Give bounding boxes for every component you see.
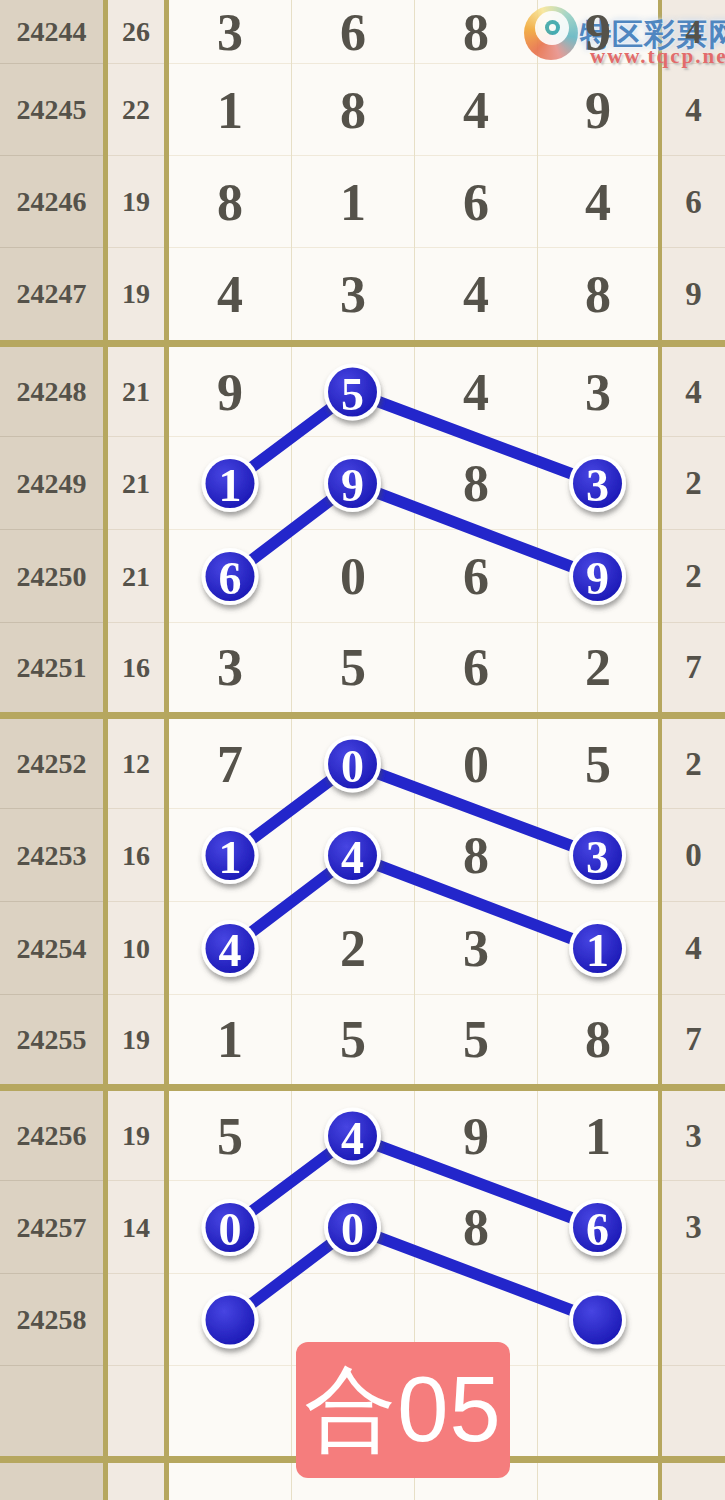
extra-digit-cell: 9 [662,248,725,340]
extra-digit-cell: 4 [662,64,725,156]
extra-digit-cell: 2 [662,437,725,530]
digit-cell [291,719,414,809]
digit-cell [291,1091,414,1181]
sum-cell: 12 [108,719,164,809]
digit-cell: 7 [169,719,291,809]
digit-cell [537,1366,658,1456]
sum-cell: 16 [108,623,164,712]
extra-digit-cell [662,1463,725,1500]
digit-cell: 3 [169,623,291,712]
extra-digit-cell: 2 [662,719,725,809]
period-cell: 24257 [0,1181,103,1274]
digit-cell [169,437,291,530]
sum-prediction-badge: 合05 [296,1342,510,1478]
sum-cell: 21 [108,437,164,530]
digit-cell [291,347,414,437]
digit-cell: 1 [169,64,291,156]
digit-cell [291,1181,414,1274]
period-cell [0,1366,103,1456]
digit-cell: 8 [291,64,414,156]
sum-cell: 21 [108,530,164,623]
digit-cell: 8 [537,995,658,1084]
sum-cell: 21 [108,347,164,437]
extra-digit-cell: 7 [662,995,725,1084]
period-cell: 24249 [0,437,103,530]
period-cell [0,1463,103,1500]
digit-cell [169,1366,291,1456]
sum-cell [108,1274,164,1366]
digit-cell: 6 [291,0,414,64]
extra-digit-cell: 2 [662,530,725,623]
digit-cell [537,902,658,995]
digit-cell: 4 [537,156,658,248]
extra-digit-cell: 7 [662,623,725,712]
extra-digit-cell: 0 [662,809,725,902]
digit-cell: 5 [169,1091,291,1181]
digit-cell [169,530,291,623]
digit-cell: 9 [414,1091,537,1181]
digit-cell [537,809,658,902]
digit-cell [169,809,291,902]
sum-cell: 19 [108,1091,164,1181]
digit-cell: 9 [537,64,658,156]
digit-cell: 9 [169,347,291,437]
extra-digit-cell: 3 [662,1181,725,1274]
digit-cell: 5 [291,995,414,1084]
digit-cell: 6 [414,623,537,712]
sum-cell: 26 [108,0,164,64]
digit-cell [537,530,658,623]
digit-cell: 8 [414,1181,537,1274]
digit-cell: 2 [291,902,414,995]
lottery-trend-board: 2424426368942424522184942424619816462424… [0,0,725,1500]
digit-cell: 8 [414,437,537,530]
period-cell: 24255 [0,995,103,1084]
digit-cell: 6 [414,156,537,248]
period-cell: 24245 [0,64,103,156]
period-cell: 24251 [0,623,103,712]
digit-cell: 0 [414,719,537,809]
digit-cell [537,1463,658,1500]
extra-digit-cell [662,1274,725,1366]
digit-cell: 5 [414,995,537,1084]
draw-history-grid: 2424426368942424522184942424619816462424… [0,0,725,1500]
digit-cell: 1 [537,1091,658,1181]
digit-cell: 5 [537,719,658,809]
period-cell: 24244 [0,0,103,64]
digit-cell [537,437,658,530]
sum-cell: 10 [108,902,164,995]
digit-cell: 8 [414,0,537,64]
digit-cell: 4 [414,347,537,437]
digit-cell [169,1463,291,1500]
sum-cell: 22 [108,64,164,156]
digit-cell [169,902,291,995]
digit-cell [291,809,414,902]
digit-cell: 8 [537,248,658,340]
period-cell: 24256 [0,1091,103,1181]
period-cell: 24254 [0,902,103,995]
digit-cell: 3 [537,347,658,437]
section-separator [0,340,725,347]
digit-cell: 5 [291,623,414,712]
extra-digit-cell: 4 [662,347,725,437]
digit-cell [537,1181,658,1274]
digit-cell: 1 [169,995,291,1084]
digit-cell [169,1274,291,1366]
extra-digit-cell: 6 [662,156,725,248]
digit-cell: 0 [291,530,414,623]
sum-cell [108,1463,164,1500]
sum-cell [108,1366,164,1456]
section-separator [0,1084,725,1091]
digit-cell: 1 [291,156,414,248]
digit-cell: 6 [414,530,537,623]
digit-cell [537,1274,658,1366]
digit-cell [291,437,414,530]
period-cell: 24250 [0,530,103,623]
period-cell: 24252 [0,719,103,809]
period-cell: 24248 [0,347,103,437]
sum-cell: 19 [108,156,164,248]
period-cell: 24247 [0,248,103,340]
digit-cell: 8 [414,809,537,902]
digit-cell: 4 [414,248,537,340]
digit-cell: 2 [537,623,658,712]
sum-cell: 19 [108,248,164,340]
digit-cell: 3 [414,902,537,995]
sum-cell: 19 [108,995,164,1084]
period-cell: 24246 [0,156,103,248]
extra-digit-cell [662,1366,725,1456]
swirl-logo-icon [524,6,578,60]
digit-cell: 4 [414,64,537,156]
digit-cell: 3 [169,0,291,64]
period-cell: 24253 [0,809,103,902]
sum-cell: 14 [108,1181,164,1274]
period-cell: 24258 [0,1274,103,1366]
digit-cell: 8 [169,156,291,248]
extra-digit-cell: 4 [662,902,725,995]
sum-cell: 16 [108,809,164,902]
digit-cell [169,1181,291,1274]
extra-digit-cell: 3 [662,1091,725,1181]
section-separator [0,712,725,719]
digit-cell: 3 [291,248,414,340]
digit-cell: 4 [169,248,291,340]
